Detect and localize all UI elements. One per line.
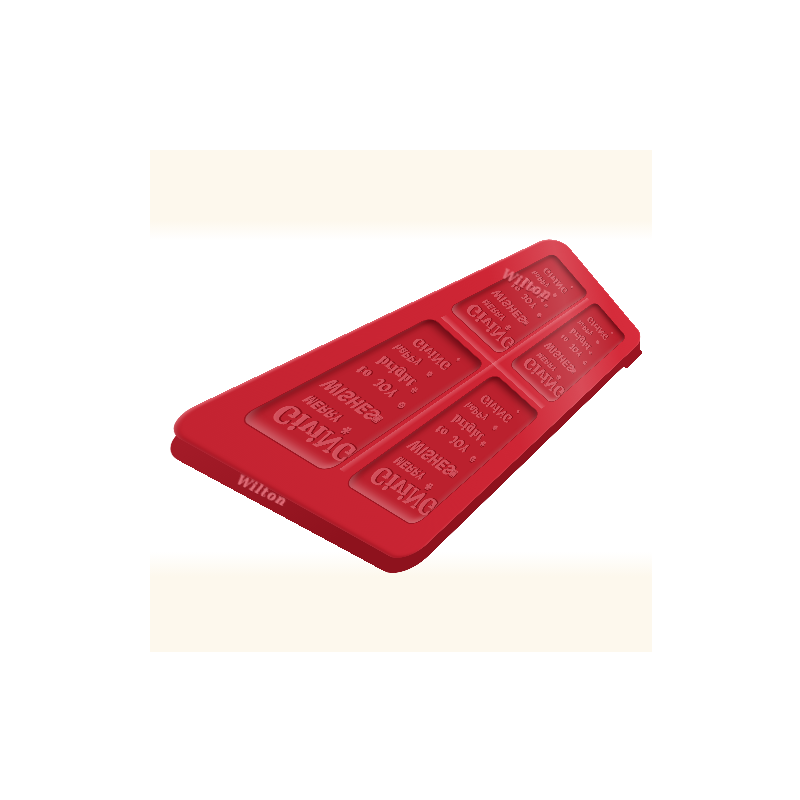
embossed-word: ✦ (569, 285, 575, 291)
embossed-word: ✻ (543, 303, 551, 310)
embossed-word: ✻ (421, 481, 437, 493)
product-photo: GiviNG✻MERRYWISHES▣toJOY❆bright✻haPPy❅Gi… (0, 0, 800, 800)
embossed-word: ❆ (535, 312, 544, 320)
embossed-word: ✻ (588, 350, 595, 356)
embossed-word: to (433, 423, 451, 437)
embossed-word: ▣ (569, 367, 577, 374)
embossed-word: ✻ (478, 440, 489, 449)
embossed-word: ❅ (490, 423, 501, 432)
embossed-word: to (559, 333, 570, 343)
embossed-word: ❆ (467, 454, 479, 464)
embossed-word: ▣ (521, 319, 531, 327)
embossed-word: ✦ (514, 408, 522, 415)
embossed-word: ✻ (409, 386, 422, 395)
embossed-word: ✦ (609, 330, 614, 335)
embossed-word: ❅ (595, 339, 602, 346)
embossed-word: ❆ (581, 359, 589, 366)
embossed-word: ❆ (394, 400, 409, 411)
embossed-word: ❅ (424, 369, 438, 379)
embossed-word: to (353, 364, 375, 379)
embossed-word: ❅ (551, 292, 559, 299)
embossed-word: ✦ (454, 356, 464, 364)
